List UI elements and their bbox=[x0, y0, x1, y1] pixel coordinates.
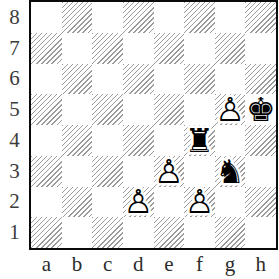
black-rook-f4[interactable]: ♜ bbox=[184, 125, 215, 156]
square-e2[interactable] bbox=[154, 187, 185, 218]
square-g5[interactable]: ♟♙ bbox=[215, 94, 246, 125]
rank-label-6: 6 bbox=[0, 64, 29, 95]
square-e6[interactable] bbox=[154, 64, 185, 95]
square-d2[interactable]: ♟♙ bbox=[123, 187, 154, 218]
square-c1[interactable] bbox=[92, 217, 123, 248]
square-b5[interactable] bbox=[62, 94, 93, 125]
white-pawn-f2[interactable]: ♙ bbox=[184, 187, 215, 218]
rank-label-8: 8 bbox=[0, 2, 29, 33]
square-e5[interactable] bbox=[154, 94, 185, 125]
square-f8[interactable] bbox=[184, 2, 215, 33]
square-a3[interactable] bbox=[31, 156, 62, 187]
rank-labels: 87654321 bbox=[0, 2, 29, 248]
square-c2[interactable] bbox=[92, 187, 123, 218]
square-c3[interactable] bbox=[92, 156, 123, 187]
square-b7[interactable] bbox=[62, 33, 93, 64]
square-h1[interactable] bbox=[245, 217, 276, 248]
white-pawn-d2[interactable]: ♙ bbox=[123, 187, 154, 218]
square-e8[interactable] bbox=[154, 2, 185, 33]
file-label-a: a bbox=[31, 250, 62, 279]
square-g3[interactable]: ♞♞ bbox=[215, 156, 246, 187]
square-h8[interactable] bbox=[245, 2, 276, 33]
rank-label-2: 2 bbox=[0, 187, 29, 218]
square-g7[interactable] bbox=[215, 33, 246, 64]
board: ♟♙♚♚♜♜♟♙♞♞♟♙♟♙ bbox=[29, 0, 278, 250]
square-g1[interactable] bbox=[215, 217, 246, 248]
rank-label-7: 7 bbox=[0, 33, 29, 64]
white-pawn-g5[interactable]: ♙ bbox=[215, 94, 246, 125]
square-h3[interactable] bbox=[245, 156, 276, 187]
rank-label-1: 1 bbox=[0, 217, 29, 248]
file-label-c: c bbox=[92, 250, 123, 279]
square-a5[interactable] bbox=[31, 94, 62, 125]
square-f2[interactable]: ♟♙ bbox=[184, 187, 215, 218]
square-b2[interactable] bbox=[62, 187, 93, 218]
square-d4[interactable] bbox=[123, 125, 154, 156]
square-e3[interactable]: ♟♙ bbox=[154, 156, 185, 187]
square-a6[interactable] bbox=[31, 64, 62, 95]
square-d7[interactable] bbox=[123, 33, 154, 64]
file-label-b: b bbox=[62, 250, 93, 279]
square-c7[interactable] bbox=[92, 33, 123, 64]
square-b6[interactable] bbox=[62, 64, 93, 95]
file-label-d: d bbox=[123, 250, 154, 279]
square-f7[interactable] bbox=[184, 33, 215, 64]
square-d6[interactable] bbox=[123, 64, 154, 95]
file-label-f: f bbox=[184, 250, 215, 279]
square-b3[interactable] bbox=[62, 156, 93, 187]
black-king-h5[interactable]: ♚ bbox=[245, 94, 276, 125]
square-g2[interactable] bbox=[215, 187, 246, 218]
white-pawn-e3[interactable]: ♙ bbox=[154, 156, 185, 187]
square-e1[interactable] bbox=[154, 217, 185, 248]
file-label-g: g bbox=[215, 250, 246, 279]
square-a1[interactable] bbox=[31, 217, 62, 248]
file-label-e: e bbox=[154, 250, 185, 279]
square-a2[interactable] bbox=[31, 187, 62, 218]
square-b8[interactable] bbox=[62, 2, 93, 33]
black-knight-g3[interactable]: ♞ bbox=[215, 156, 246, 187]
square-f1[interactable] bbox=[184, 217, 215, 248]
rank-label-5: 5 bbox=[0, 94, 29, 125]
rank-label-4: 4 bbox=[0, 125, 29, 156]
file-labels: abcdefgh bbox=[31, 250, 276, 279]
square-c8[interactable] bbox=[92, 2, 123, 33]
square-f4[interactable]: ♜♜ bbox=[184, 125, 215, 156]
square-f6[interactable] bbox=[184, 64, 215, 95]
square-a8[interactable] bbox=[31, 2, 62, 33]
square-h5[interactable]: ♚♚ bbox=[245, 94, 276, 125]
square-d5[interactable] bbox=[123, 94, 154, 125]
file-label-h: h bbox=[245, 250, 276, 279]
square-a4[interactable] bbox=[31, 125, 62, 156]
rank-label-3: 3 bbox=[0, 156, 29, 187]
square-d8[interactable] bbox=[123, 2, 154, 33]
chess-diagram: 87654321 ♟♙♚♚♜♜♟♙♞♞♟♙♟♙ abcdefgh bbox=[0, 0, 279, 279]
square-b1[interactable] bbox=[62, 217, 93, 248]
square-d1[interactable] bbox=[123, 217, 154, 248]
square-e7[interactable] bbox=[154, 33, 185, 64]
square-c6[interactable] bbox=[92, 64, 123, 95]
square-a7[interactable] bbox=[31, 33, 62, 64]
square-c5[interactable] bbox=[92, 94, 123, 125]
square-g8[interactable] bbox=[215, 2, 246, 33]
square-h4[interactable] bbox=[245, 125, 276, 156]
square-h7[interactable] bbox=[245, 33, 276, 64]
square-h2[interactable] bbox=[245, 187, 276, 218]
square-c4[interactable] bbox=[92, 125, 123, 156]
square-b4[interactable] bbox=[62, 125, 93, 156]
